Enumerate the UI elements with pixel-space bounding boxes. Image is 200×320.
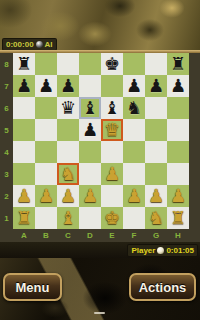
square-h5[interactable] (167, 119, 189, 141)
piece-white-pawn: ♟ (82, 185, 98, 207)
square-f7[interactable]: ♟ (123, 75, 145, 97)
rank-label-1: 1 (0, 207, 13, 229)
ai-timer: 0:00:00 (6, 39, 34, 50)
piece-white-king: ♚ (104, 207, 120, 229)
file-labels: ABCDEFGH (13, 229, 189, 242)
square-a5[interactable] (13, 119, 35, 141)
file-label-d: D (79, 229, 101, 242)
square-g7[interactable]: ♟ (145, 75, 167, 97)
square-d8[interactable] (79, 53, 101, 75)
player-label: Player (131, 245, 155, 256)
piece-black-pawn: ♟ (38, 75, 54, 97)
square-g4[interactable] (145, 141, 167, 163)
square-e6[interactable]: ♝ (101, 97, 123, 119)
piece-black-bishop: ♝ (104, 97, 120, 119)
piece-black-pawn: ♟ (16, 75, 32, 97)
file-label-f: F (123, 229, 145, 242)
piece-white-pawn: ♟ (126, 185, 142, 207)
square-g3[interactable] (145, 163, 167, 185)
board-frame: 87654321 ♜♚♜♟♟♟♟♟♟♛♝♝♞♟♛♞♟♟♟♟♟♟♟♟♜♝♚♞♜ A… (0, 50, 200, 242)
square-e4[interactable] (101, 141, 123, 163)
square-a2[interactable]: ♟ (13, 185, 35, 207)
piece-black-rook: ♜ (170, 53, 186, 75)
square-c2[interactable]: ♟ (57, 185, 79, 207)
square-f3[interactable] (123, 163, 145, 185)
square-d4[interactable] (79, 141, 101, 163)
ai-side-ball-icon (36, 41, 43, 48)
piece-black-rook: ♜ (16, 53, 32, 75)
square-d5[interactable]: ♟ (79, 119, 101, 141)
player-clock-badge: Player 0:01:05 (127, 244, 198, 257)
photo-highlight-dash (94, 312, 105, 314)
file-label-e: E (101, 229, 123, 242)
square-h8[interactable]: ♜ (167, 53, 189, 75)
square-d2[interactable]: ♟ (79, 185, 101, 207)
piece-black-queen: ♛ (60, 97, 76, 119)
square-e7[interactable] (101, 75, 123, 97)
rank-labels: 87654321 (0, 53, 13, 229)
piece-black-pawn: ♟ (126, 75, 142, 97)
menu-button[interactable]: Menu (3, 273, 62, 301)
square-f5[interactable] (123, 119, 145, 141)
piece-white-queen: ♛ (104, 119, 120, 141)
file-label-a: A (13, 229, 35, 242)
square-b7[interactable]: ♟ (35, 75, 57, 97)
file-label-b: B (35, 229, 57, 242)
piece-black-king: ♚ (104, 53, 120, 75)
square-h2[interactable]: ♟ (167, 185, 189, 207)
file-label-c: C (57, 229, 79, 242)
square-b8[interactable] (35, 53, 57, 75)
rank-label-3: 3 (0, 163, 13, 185)
square-g2[interactable]: ♟ (145, 185, 167, 207)
square-a4[interactable] (13, 141, 35, 163)
actions-button[interactable]: Actions (129, 273, 196, 301)
square-h1[interactable]: ♜ (167, 207, 189, 229)
rank-label-2: 2 (0, 185, 13, 207)
square-e3[interactable]: ♟ (101, 163, 123, 185)
square-a1[interactable]: ♜ (13, 207, 35, 229)
square-b5[interactable] (35, 119, 57, 141)
piece-white-pawn: ♟ (148, 185, 164, 207)
square-f2[interactable]: ♟ (123, 185, 145, 207)
square-b4[interactable] (35, 141, 57, 163)
rank-label-5: 5 (0, 119, 13, 141)
square-f1[interactable] (123, 207, 145, 229)
square-c5[interactable] (57, 119, 79, 141)
square-g5[interactable] (145, 119, 167, 141)
piece-white-pawn: ♟ (104, 163, 120, 185)
square-g1[interactable]: ♞ (145, 207, 167, 229)
player-side-ball-icon (157, 247, 164, 254)
piece-black-bishop: ♝ (82, 97, 98, 119)
square-b3[interactable] (35, 163, 57, 185)
piece-white-pawn: ♟ (16, 185, 32, 207)
square-b1[interactable] (35, 207, 57, 229)
square-e2[interactable] (101, 185, 123, 207)
piece-white-knight: ♞ (148, 207, 164, 229)
square-d7[interactable] (79, 75, 101, 97)
piece-black-pawn: ♟ (60, 75, 76, 97)
square-e5[interactable]: ♛ (101, 119, 123, 141)
square-a8[interactable]: ♜ (13, 53, 35, 75)
piece-white-pawn: ♟ (38, 185, 54, 207)
piece-white-bishop: ♝ (60, 207, 76, 229)
square-b2[interactable]: ♟ (35, 185, 57, 207)
square-d1[interactable] (79, 207, 101, 229)
square-f6[interactable]: ♞ (123, 97, 145, 119)
square-a6[interactable] (13, 97, 35, 119)
ai-label: AI (45, 39, 53, 50)
chess-app-screen: 0:00:00 AI 87654321 ♜♚♜♟♟♟♟♟♟♛♝♝♞♟♛♞♟♟♟♟… (0, 0, 200, 320)
rank-label-4: 4 (0, 141, 13, 163)
square-c8[interactable] (57, 53, 79, 75)
square-c6[interactable]: ♛ (57, 97, 79, 119)
square-g6[interactable] (145, 97, 167, 119)
piece-black-pawn: ♟ (148, 75, 164, 97)
square-c4[interactable] (57, 141, 79, 163)
chess-board[interactable]: ♜♚♜♟♟♟♟♟♟♛♝♝♞♟♛♞♟♟♟♟♟♟♟♟♜♝♚♞♜ (13, 53, 189, 229)
piece-black-pawn: ♟ (82, 119, 98, 141)
file-label-g: G (145, 229, 167, 242)
square-c7[interactable]: ♟ (57, 75, 79, 97)
square-f8[interactable] (123, 53, 145, 75)
square-b6[interactable] (35, 97, 57, 119)
square-h4[interactable] (167, 141, 189, 163)
square-f4[interactable] (123, 141, 145, 163)
square-c3[interactable]: ♞ (57, 163, 79, 185)
rank-label-6: 6 (0, 97, 13, 119)
square-e1[interactable]: ♚ (101, 207, 123, 229)
square-h6[interactable] (167, 97, 189, 119)
piece-white-rook: ♜ (170, 207, 186, 229)
piece-white-pawn: ♟ (60, 185, 76, 207)
rank-label-8: 8 (0, 53, 13, 75)
player-timer: 0:01:05 (166, 245, 194, 256)
piece-white-rook: ♜ (16, 207, 32, 229)
file-label-h: H (167, 229, 189, 242)
piece-white-pawn: ♟ (170, 185, 186, 207)
square-d3[interactable] (79, 163, 101, 185)
square-h3[interactable] (167, 163, 189, 185)
piece-black-knight: ♞ (126, 97, 142, 119)
square-e8[interactable]: ♚ (101, 53, 123, 75)
square-c1[interactable]: ♝ (57, 207, 79, 229)
square-d6[interactable]: ♝ (79, 97, 101, 119)
square-g8[interactable] (145, 53, 167, 75)
square-a3[interactable] (13, 163, 35, 185)
rank-label-7: 7 (0, 75, 13, 97)
square-a7[interactable]: ♟ (13, 75, 35, 97)
piece-black-pawn: ♟ (170, 75, 186, 97)
piece-white-knight: ♞ (60, 163, 76, 185)
square-h7[interactable]: ♟ (167, 75, 189, 97)
